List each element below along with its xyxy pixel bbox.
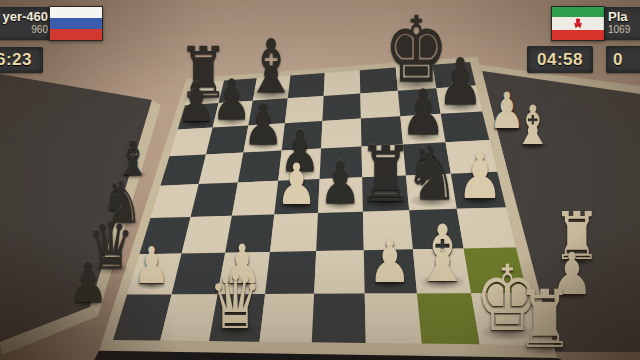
captured-black-pawn: ♟: [66, 255, 111, 311]
flag-stripe: [552, 7, 604, 17]
piece-white-pawn-a2[interactable]: ♟: [131, 241, 172, 292]
russia-flag: [49, 6, 103, 41]
flag-stripe: [50, 29, 102, 40]
player-name-left: yer-460: [0, 9, 48, 24]
player-panel-right: Pla 1069: [604, 7, 640, 40]
piece-black-pawn-a7[interactable]: ♟: [175, 76, 219, 130]
clock-left: 6:23: [0, 47, 43, 73]
player-name-right: Pla: [608, 9, 640, 24]
clock-right: 04:58: [527, 46, 593, 73]
piece-black-pawn-e4[interactable]: ♟: [317, 154, 364, 213]
piece-white-pawn-d4[interactable]: ♟: [274, 156, 320, 213]
piece-white-queen-c1[interactable]: ♛: [206, 265, 266, 340]
clock-right-secondary: 0: [606, 46, 640, 73]
player-rating-left: 960: [0, 24, 48, 36]
captured-white-rook: ♜: [513, 280, 577, 360]
player-panel-left: yer-460 960: [0, 7, 51, 40]
flag-stripe: [50, 18, 102, 29]
captured-white-bishop: ♝: [511, 99, 554, 153]
player-rating-right: 1069: [608, 24, 640, 36]
flag-stripe: [50, 7, 102, 18]
iran-flag: [551, 6, 605, 41]
flag-stripe: [552, 30, 604, 40]
piece-white-bishop-g2[interactable]: ♝: [411, 215, 474, 294]
game-screen: ♜♝♚♟♟♟♟♟♟♟♟♜♞♟♟♟♟♝♛♚♝♞♛♟♟♝♜♟♜ yer-460 96…: [0, 0, 640, 360]
piece-white-pawn-f2[interactable]: ♟: [366, 232, 414, 292]
